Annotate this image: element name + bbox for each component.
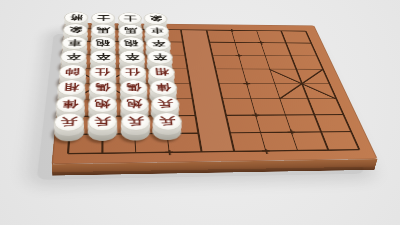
piece-glyph: 馬 bbox=[124, 27, 138, 34]
piece-glyph: 俥 bbox=[156, 83, 172, 92]
piece-top-face: 仕 bbox=[89, 64, 117, 79]
xiangqi-board[interactable]: 將士士象象馬馬車車砲砲卒卒卒卒卒帥仕仕相相傌傌俥俥炮炮兵兵兵兵兵 bbox=[52, 23, 378, 164]
piece-top-face: 士 bbox=[91, 12, 115, 24]
point-marker bbox=[243, 82, 251, 86]
piece-glyph: 馬 bbox=[96, 27, 109, 34]
piece-glyph: 象 bbox=[68, 27, 82, 34]
piece-glyph: 仕 bbox=[125, 68, 140, 76]
point-marker bbox=[228, 29, 235, 32]
piece-glyph: 卒 bbox=[125, 53, 139, 61]
piece[interactable]: 兵 bbox=[54, 125, 85, 144]
piece-glyph: 象 bbox=[149, 15, 162, 22]
piece-glyph: 卒 bbox=[66, 53, 81, 61]
piece-top-face: 砲 bbox=[90, 37, 116, 51]
piece-top-face: 俥 bbox=[149, 79, 178, 95]
piece-glyph: 車 bbox=[150, 27, 164, 34]
piece-glyph: 砲 bbox=[96, 40, 110, 47]
piece-glyph: 帥 bbox=[65, 68, 80, 76]
piece-glyph: 卒 bbox=[152, 40, 166, 47]
piece-glyph: 兵 bbox=[127, 117, 143, 127]
piece-glyph: 傌 bbox=[126, 83, 141, 92]
piece-top-face: 仕 bbox=[119, 64, 147, 79]
piece-top-face: 卒 bbox=[89, 50, 116, 64]
piece-top-face: 馬 bbox=[90, 24, 115, 37]
piece-top-face: 傌 bbox=[88, 79, 116, 95]
piece-glyph: 砲 bbox=[124, 40, 138, 47]
piece-glyph: 士 bbox=[96, 15, 109, 22]
piece-top-face: 傌 bbox=[119, 79, 148, 95]
piece-glyph: 相 bbox=[154, 68, 169, 76]
point-marker bbox=[257, 41, 264, 44]
piece-glyph: 車 bbox=[67, 39, 81, 46]
board-surface[interactable]: 將士士象象馬馬車車砲砲卒卒卒卒卒帥仕仕相相傌傌俥俥炮炮兵兵兵兵兵 bbox=[52, 23, 378, 164]
piece[interactable]: 兵 bbox=[152, 124, 183, 143]
piece-top-face: 相 bbox=[148, 64, 176, 79]
piece-glyph: 炮 bbox=[126, 99, 142, 108]
piece-glyph: 仕 bbox=[95, 68, 110, 76]
render-background: 將士士象象馬馬車車砲砲卒卒卒卒卒帥仕仕相相傌傌俥俥炮炮兵兵兵兵兵 bbox=[0, 0, 400, 225]
piece-glyph: 兵 bbox=[60, 117, 77, 127]
piece-glyph: 兵 bbox=[159, 116, 176, 126]
point-marker bbox=[252, 113, 261, 118]
piece-top-face: 士 bbox=[117, 12, 142, 24]
piece-top-face: 卒 bbox=[147, 50, 174, 64]
piece-glyph: 炮 bbox=[95, 99, 111, 108]
piece-glyph: 兵 bbox=[158, 99, 174, 108]
piece-glyph: 相 bbox=[63, 83, 79, 92]
piece-top-face: 卒 bbox=[119, 50, 146, 64]
piece-glyph: 兵 bbox=[94, 117, 110, 127]
piece-top-face: 砲 bbox=[118, 37, 144, 50]
piece-glyph: 將 bbox=[69, 14, 83, 21]
piece-glyph: 俥 bbox=[62, 99, 78, 108]
piece-top-face: 馬 bbox=[118, 24, 143, 37]
piece[interactable]: 兵 bbox=[120, 125, 150, 144]
piece-glyph: 士 bbox=[123, 15, 136, 22]
piece-glyph: 卒 bbox=[153, 54, 168, 62]
grid-file-line bbox=[219, 83, 330, 84]
piece-top-face: 卒 bbox=[146, 37, 172, 50]
piece-glyph: 卒 bbox=[96, 53, 110, 61]
point-marker bbox=[262, 148, 271, 153]
piece-glyph: 傌 bbox=[95, 83, 110, 92]
point-marker bbox=[165, 150, 174, 155]
